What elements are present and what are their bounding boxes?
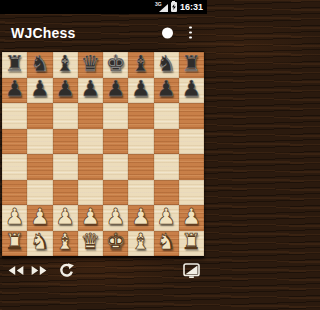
square-c6[interactable] bbox=[53, 103, 78, 129]
piece-black-pawn[interactable]: ♟ bbox=[81, 78, 101, 100]
square-a1[interactable]: ♜ bbox=[2, 231, 27, 257]
square-e7[interactable]: ♟ bbox=[103, 78, 128, 104]
square-d2[interactable]: ♟ bbox=[78, 205, 103, 231]
square-f8[interactable]: ♝ bbox=[128, 52, 153, 78]
piece-white-knight[interactable]: ♞ bbox=[30, 231, 50, 253]
square-e1[interactable]: ♚ bbox=[103, 231, 128, 257]
square-f7[interactable]: ♟ bbox=[128, 78, 153, 104]
square-b3[interactable] bbox=[27, 180, 52, 206]
piece-black-pawn[interactable]: ♟ bbox=[55, 78, 75, 100]
square-d8[interactable]: ♛ bbox=[78, 52, 103, 78]
square-g4[interactable] bbox=[154, 154, 179, 180]
square-c1[interactable]: ♝ bbox=[53, 231, 78, 257]
square-b8[interactable]: ♞ bbox=[27, 52, 52, 78]
status-bar: 3G 16:31 bbox=[0, 0, 207, 14]
bottom-toolbar bbox=[8, 261, 200, 279]
piece-black-pawn[interactable]: ♟ bbox=[182, 78, 202, 100]
chess-board[interactable]: ♜♞♝♛♚♝♞♜♟♟♟♟♟♟♟♟♟♟♟♟♟♟♟♟♜♞♝♛♚♝♞♜ bbox=[2, 51, 204, 258]
piece-white-bishop[interactable]: ♝ bbox=[131, 231, 151, 253]
square-h1[interactable]: ♜ bbox=[179, 231, 204, 257]
piece-black-knight[interactable]: ♞ bbox=[30, 53, 50, 75]
square-g3[interactable] bbox=[154, 180, 179, 206]
square-b2[interactable]: ♟ bbox=[27, 205, 52, 231]
square-e2[interactable]: ♟ bbox=[103, 205, 128, 231]
square-a3[interactable] bbox=[2, 180, 27, 206]
square-b1[interactable]: ♞ bbox=[27, 231, 52, 257]
square-d4[interactable] bbox=[78, 154, 103, 180]
piece-white-queen[interactable]: ♛ bbox=[81, 231, 101, 253]
square-b4[interactable] bbox=[27, 154, 52, 180]
piece-white-king[interactable]: ♚ bbox=[106, 231, 126, 253]
square-a4[interactable] bbox=[2, 154, 27, 180]
square-e8[interactable]: ♚ bbox=[103, 52, 128, 78]
piece-black-pawn[interactable]: ♟ bbox=[5, 78, 25, 100]
square-d3[interactable] bbox=[78, 180, 103, 206]
square-e4[interactable] bbox=[103, 154, 128, 180]
square-c3[interactable] bbox=[53, 180, 78, 206]
square-g5[interactable] bbox=[154, 129, 179, 155]
status-clock: 16:31 bbox=[180, 2, 203, 12]
square-g7[interactable]: ♟ bbox=[154, 78, 179, 104]
piece-white-pawn[interactable]: ♟ bbox=[131, 206, 151, 228]
square-a8[interactable]: ♜ bbox=[2, 52, 27, 78]
piece-white-pawn[interactable]: ♟ bbox=[182, 206, 202, 228]
square-b5[interactable] bbox=[27, 129, 52, 155]
square-h5[interactable] bbox=[179, 129, 204, 155]
fast-forward-icon[interactable] bbox=[31, 265, 47, 276]
square-d7[interactable]: ♟ bbox=[78, 78, 103, 104]
square-d5[interactable] bbox=[78, 129, 103, 155]
square-c4[interactable] bbox=[53, 154, 78, 180]
square-f4[interactable] bbox=[128, 154, 153, 180]
piece-black-bishop[interactable]: ♝ bbox=[55, 53, 75, 75]
square-g2[interactable]: ♟ bbox=[154, 205, 179, 231]
piece-black-pawn[interactable]: ♟ bbox=[131, 78, 151, 100]
piece-black-pawn[interactable]: ♟ bbox=[106, 78, 126, 100]
square-f5[interactable] bbox=[128, 129, 153, 155]
square-d6[interactable] bbox=[78, 103, 103, 129]
app-title: WJChess bbox=[11, 25, 75, 41]
piece-black-king[interactable]: ♚ bbox=[106, 53, 126, 75]
piece-black-rook[interactable]: ♜ bbox=[182, 53, 202, 75]
square-a7[interactable]: ♟ bbox=[2, 78, 27, 104]
overflow-menu-icon[interactable] bbox=[187, 24, 194, 41]
square-c7[interactable]: ♟ bbox=[53, 78, 78, 104]
battery-charging-icon bbox=[171, 2, 177, 12]
square-h8[interactable]: ♜ bbox=[179, 52, 204, 78]
rotate-icon[interactable] bbox=[59, 263, 74, 278]
square-h7[interactable]: ♟ bbox=[179, 78, 204, 104]
square-c2[interactable]: ♟ bbox=[53, 205, 78, 231]
piece-white-pawn[interactable]: ♟ bbox=[81, 206, 101, 228]
square-c8[interactable]: ♝ bbox=[53, 52, 78, 78]
square-f2[interactable]: ♟ bbox=[128, 205, 153, 231]
square-h6[interactable] bbox=[179, 103, 204, 129]
piece-white-pawn[interactable]: ♟ bbox=[55, 206, 75, 228]
piece-black-pawn[interactable]: ♟ bbox=[156, 78, 176, 100]
piece-white-rook[interactable]: ♜ bbox=[182, 231, 202, 253]
piece-black-rook[interactable]: ♜ bbox=[5, 53, 25, 75]
square-b6[interactable] bbox=[27, 103, 52, 129]
piece-white-rook[interactable]: ♜ bbox=[5, 231, 25, 253]
signal-icon: 3G bbox=[155, 2, 168, 12]
square-h4[interactable] bbox=[179, 154, 204, 180]
square-f3[interactable] bbox=[128, 180, 153, 206]
square-e5[interactable] bbox=[103, 129, 128, 155]
square-b7[interactable]: ♟ bbox=[27, 78, 52, 104]
square-e3[interactable] bbox=[103, 180, 128, 206]
piece-white-pawn[interactable]: ♟ bbox=[106, 206, 126, 228]
square-a2[interactable]: ♟ bbox=[2, 205, 27, 231]
square-h2[interactable]: ♟ bbox=[179, 205, 204, 231]
square-h3[interactable] bbox=[179, 180, 204, 206]
square-g1[interactable]: ♞ bbox=[154, 231, 179, 257]
square-c5[interactable] bbox=[53, 129, 78, 155]
piece-white-pawn[interactable]: ♟ bbox=[5, 206, 25, 228]
square-d1[interactable]: ♛ bbox=[78, 231, 103, 257]
square-g8[interactable]: ♞ bbox=[154, 52, 179, 78]
piece-black-queen[interactable]: ♛ bbox=[81, 53, 101, 75]
piece-black-knight[interactable]: ♞ bbox=[156, 53, 176, 75]
piece-white-bishop[interactable]: ♝ bbox=[55, 231, 75, 253]
square-a6[interactable] bbox=[2, 103, 27, 129]
display-flip-icon[interactable] bbox=[183, 263, 200, 278]
white-circle-icon[interactable] bbox=[162, 27, 173, 38]
square-a5[interactable] bbox=[2, 129, 27, 155]
square-e6[interactable] bbox=[103, 103, 128, 129]
app-bar: WJChess bbox=[0, 14, 207, 51]
piece-white-pawn[interactable]: ♟ bbox=[30, 206, 50, 228]
square-g6[interactable] bbox=[154, 103, 179, 129]
piece-black-pawn[interactable]: ♟ bbox=[30, 78, 50, 100]
piece-black-bishop[interactable]: ♝ bbox=[131, 53, 151, 75]
rewind-icon[interactable] bbox=[8, 265, 24, 276]
square-f6[interactable] bbox=[128, 103, 153, 129]
piece-white-pawn[interactable]: ♟ bbox=[156, 206, 176, 228]
square-f1[interactable]: ♝ bbox=[128, 231, 153, 257]
network-type-label: 3G bbox=[155, 1, 162, 7]
piece-white-knight[interactable]: ♞ bbox=[156, 231, 176, 253]
